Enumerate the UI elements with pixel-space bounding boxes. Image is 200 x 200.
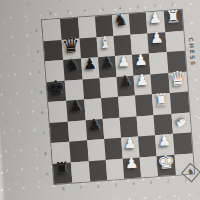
piece-black-p-f6[interactable]: ♟ [87,117,102,133]
square-e7[interactable]: ♟ [66,99,85,121]
square-a8[interactable] [42,19,61,41]
square-f7[interactable] [68,120,87,142]
coordinate-label: 6 [84,9,87,13]
square-h2[interactable]: ♚ [157,154,176,176]
square-a4[interactable]: ♞ [112,14,131,36]
square-f5[interactable] [103,117,122,139]
coordinate-label: 6 [97,184,100,188]
coordinate-label: 5 [114,183,117,187]
square-e1[interactable] [170,92,189,114]
square-h5[interactable] [106,158,125,180]
square-e8[interactable] [48,101,67,123]
square-d4[interactable]: ♟ [116,75,135,97]
piece-white-p-a2[interactable]: ♟ [148,10,163,26]
square-d8[interactable]: ♚ [47,80,66,102]
piece-black-q-b7[interactable]: ♛ [61,34,80,55]
square-b2[interactable]: ♟ [147,32,166,54]
square-c2[interactable] [149,52,168,74]
piece-white-r-a1[interactable]: ♜ [165,8,181,26]
coordinate-label: 2 [167,179,170,183]
square-e2[interactable]: ♜ [152,93,171,115]
coordinate-label: g [44,152,47,156]
piece-white-p-g4[interactable]: ♟ [123,135,138,151]
photo-scene: 87654321 abcdefgh 87654321 CHESS ♞♟♜♛♝♟♞… [0,0,200,200]
square-e4[interactable] [118,96,137,118]
piece-white-p-b2[interactable]: ♟ [150,31,165,47]
piece-black-k-d8[interactable]: ♚ [46,77,65,98]
coordinate-label: 7 [80,185,83,189]
square-g3[interactable] [138,135,157,157]
coordinate-label: 4 [132,181,135,185]
square-g7[interactable] [69,140,88,162]
piece-black-n-a4[interactable]: ♞ [113,12,129,29]
piece-black-p-c5[interactable]: ♟ [100,55,115,71]
coordinate-label: b [36,49,39,53]
coordinate-label: 8 [49,12,52,16]
square-e5[interactable] [101,97,120,119]
square-a6[interactable] [78,16,97,38]
square-g1[interactable] [173,133,192,155]
chess-mat: 87654321 abcdefgh 87654321 CHESS ♞♟♜♛♝♟♞… [0,0,200,200]
piece-white-p-d3[interactable]: ♟ [135,73,150,89]
square-d5[interactable] [99,76,118,98]
square-f6[interactable]: ♟ [86,119,105,141]
coordinate-label: 3 [136,5,139,9]
piece-white-p-h4[interactable]: ♟ [124,156,139,172]
square-f1[interactable]: ♞ [171,112,190,134]
square-a3[interactable] [129,13,148,35]
coordinate-label: 2 [154,4,157,8]
coordinate-label: d [40,90,43,94]
piece-black-n-c7[interactable]: ♞ [65,57,81,74]
coordinate-label: 5 [101,8,104,12]
coordinate-label: a [35,29,38,33]
piece-white-p-g2[interactable]: ♟ [157,133,172,149]
square-c5[interactable]: ♟ [98,56,117,78]
piece-white-p-c4[interactable]: ♟ [117,54,132,70]
piece-white-k-h2[interactable]: ♚ [156,151,175,172]
square-b8[interactable] [44,39,63,61]
square-c6[interactable]: ♟ [81,57,100,79]
piece-black-p-c6[interactable]: ♟ [83,56,98,72]
piece-black-p-d4[interactable]: ♟ [118,74,133,90]
square-h4[interactable]: ♟ [123,157,142,179]
square-b1[interactable] [165,30,184,52]
square-e3[interactable] [135,94,154,116]
square-a1[interactable]: ♜ [164,10,183,32]
piece-black-p-e7[interactable]: ♟ [68,98,83,114]
piece-white-n-f1[interactable]: ♞ [174,114,191,130]
coordinate-label: 8 [62,187,65,191]
piece-black-r-h8[interactable]: ♜ [54,160,70,178]
square-h7[interactable] [71,161,90,183]
coordinate-label: f [43,131,45,135]
piece-white-r-e2[interactable]: ♜ [153,91,169,109]
knight-logo-icon: ♞ [187,168,195,177]
square-d6[interactable] [82,78,101,100]
coordinate-label: c [38,70,40,74]
coordinate-label: 7 [66,10,69,14]
square-g5[interactable] [104,138,123,160]
square-g6[interactable] [87,139,106,161]
square-d1[interactable]: ♛ [168,71,187,93]
piece-white-q-d1[interactable]: ♛ [168,67,187,88]
square-h8[interactable]: ♜ [53,162,72,184]
square-h3[interactable] [140,156,159,178]
piece-white-b-b5[interactable]: ♝ [98,34,114,51]
brand-text: CHESS [188,37,197,67]
square-c7[interactable]: ♞ [63,59,82,81]
square-f3[interactable] [137,115,156,137]
square-f8[interactable] [50,121,69,143]
piece-white-p-c3[interactable]: ♟ [134,52,149,68]
coordinate-label: 3 [149,180,152,184]
coordinate-label: e [41,111,44,115]
coordinate-label: h [46,172,49,176]
square-d3[interactable]: ♟ [134,74,153,96]
square-h6[interactable] [89,159,108,181]
board-grid: ♞♟♜♛♝♟♞♟♟♟♟♚♟♟♛♟♜♟♞♟♟♜♟♚ [42,10,194,184]
